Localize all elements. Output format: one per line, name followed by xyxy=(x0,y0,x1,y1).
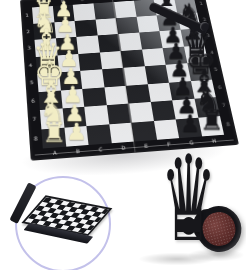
board-square xyxy=(120,49,144,68)
folded-board xyxy=(15,182,111,257)
coordinate-label: C xyxy=(89,146,112,153)
board-square xyxy=(128,102,153,122)
white-rook-piece: ♜ xyxy=(22,118,86,146)
coordinate-label: D xyxy=(92,0,113,1)
board-square xyxy=(126,84,151,104)
coordinate-label: A xyxy=(43,149,66,156)
board-square xyxy=(118,33,142,51)
product-photo: AABBCCDDEEFFGGHH1122334455667788 ♜♞♝♛♚♝♞… xyxy=(0,0,246,270)
coordinate-label: D xyxy=(112,144,136,151)
board-square xyxy=(131,121,156,142)
board-square xyxy=(116,16,139,34)
board-square xyxy=(113,1,136,18)
pieces-closeup: ♟ ♛ xyxy=(135,160,246,270)
hinge-knob-icon xyxy=(200,22,209,31)
black-queen-standing: ♛ xyxy=(160,140,192,259)
folded-board-inset xyxy=(15,176,111,270)
coordinate-label: B xyxy=(66,147,89,154)
coordinate-label: E xyxy=(134,142,158,149)
board-square xyxy=(123,66,147,85)
